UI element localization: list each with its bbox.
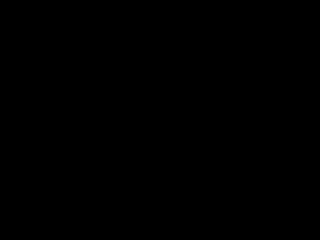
- file-labels-top: [73, 0, 247, 11]
- board-frame: [62, 0, 258, 180]
- chess-board: [73, 11, 247, 169]
- rank-labels-right: [247, 11, 258, 169]
- file-labels-bottom: [73, 169, 247, 180]
- letterbox-background: [0, 0, 320, 180]
- rank-labels-left: [62, 11, 73, 169]
